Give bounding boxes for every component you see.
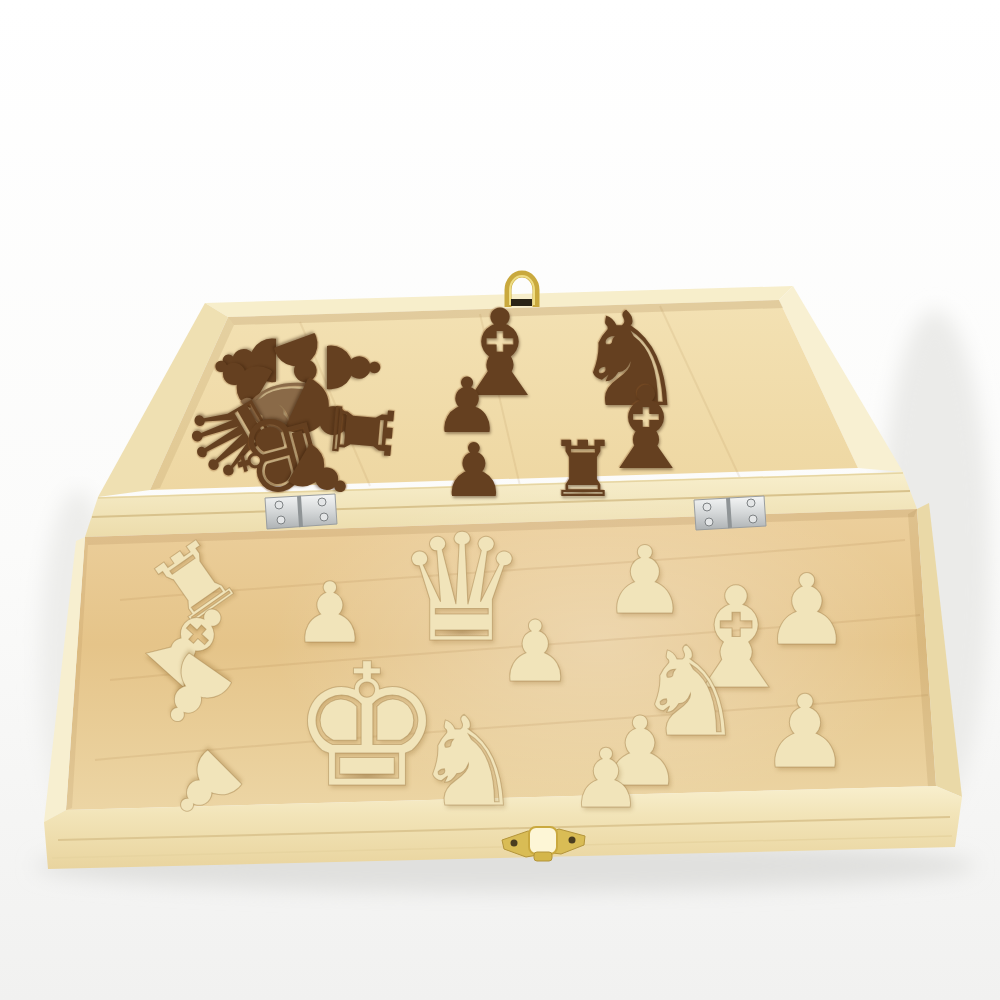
light-knight[interactable]: ♞ (412, 700, 523, 824)
light-fallen-pawn[interactable]: ♟ (150, 732, 260, 842)
dark-bishop[interactable]: ♝ (595, 372, 697, 486)
light-pawn[interactable]: ♟ (569, 738, 643, 820)
light-pawn[interactable]: ♟ (763, 561, 851, 659)
dark-pawn[interactable]: ♟ (441, 433, 507, 507)
light-pawn[interactable]: ♟ (760, 682, 851, 783)
light-pawn[interactable]: ♟ (497, 609, 573, 694)
chess-box-photo: ♟♟♟♟♞♟♜♛♚♟♝♞♟♟♜♝♜♝♟♟♟♛♟♟♝♟♞♟♟♟♚♞ (0, 0, 1000, 1000)
pieces-layer: ♟♟♟♟♞♟♜♛♚♟♝♞♟♟♜♝♜♝♟♟♟♛♟♟♝♟♞♟♟♟♚♞ (0, 0, 1000, 1000)
